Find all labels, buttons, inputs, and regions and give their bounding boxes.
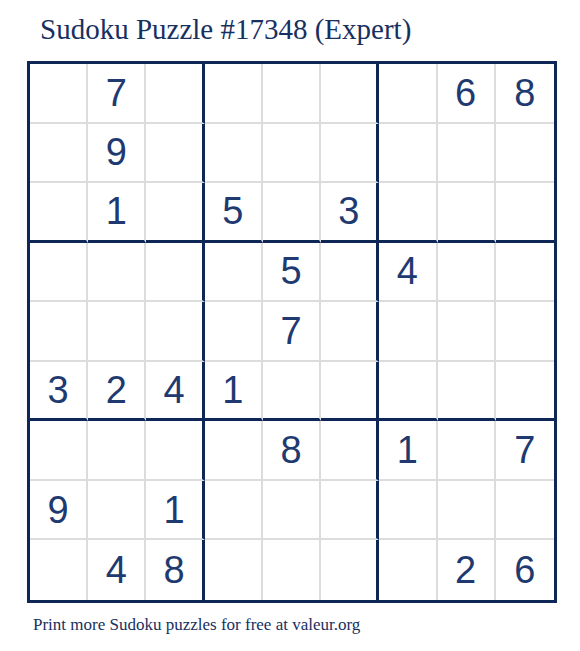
cell-r2c1[interactable] — [30, 124, 88, 184]
cell-r2c8[interactable] — [438, 124, 496, 184]
cell-r3c4: 5 — [205, 183, 263, 243]
cell-r3c1[interactable] — [30, 183, 88, 243]
cell-r8c9[interactable] — [496, 481, 554, 541]
cell-r1c6[interactable] — [321, 64, 379, 124]
cell-r6c4: 1 — [205, 362, 263, 422]
sudoku-board: 76891535473241817914826 — [27, 61, 557, 603]
cell-r4c9[interactable] — [496, 243, 554, 303]
cell-r3c6: 3 — [321, 183, 379, 243]
cell-r4c3[interactable] — [146, 243, 204, 303]
cell-r9c4[interactable] — [205, 540, 263, 600]
cell-r9c8: 2 — [438, 540, 496, 600]
cell-r8c4[interactable] — [205, 481, 263, 541]
cell-r3c9[interactable] — [496, 183, 554, 243]
cell-r5c6[interactable] — [321, 302, 379, 362]
cell-r5c5: 7 — [263, 302, 321, 362]
cell-r5c9[interactable] — [496, 302, 554, 362]
cell-r5c2[interactable] — [88, 302, 146, 362]
cell-r3c3[interactable] — [146, 183, 204, 243]
cell-r5c3[interactable] — [146, 302, 204, 362]
cell-r2c4[interactable] — [205, 124, 263, 184]
cell-r6c6[interactable] — [321, 362, 379, 422]
cell-r8c6[interactable] — [321, 481, 379, 541]
cell-r5c1[interactable] — [30, 302, 88, 362]
cell-r1c9: 8 — [496, 64, 554, 124]
cell-r8c2[interactable] — [88, 481, 146, 541]
footer-text: Print more Sudoku puzzles for free at va… — [33, 614, 360, 636]
cell-r8c1: 9 — [30, 481, 88, 541]
cell-r3c8[interactable] — [438, 183, 496, 243]
cell-r5c7[interactable] — [379, 302, 437, 362]
cell-r4c8[interactable] — [438, 243, 496, 303]
cell-r8c8[interactable] — [438, 481, 496, 541]
cell-r2c3[interactable] — [146, 124, 204, 184]
cell-r2c9[interactable] — [496, 124, 554, 184]
cell-r6c8[interactable] — [438, 362, 496, 422]
cell-r6c1: 3 — [30, 362, 88, 422]
cell-r5c4[interactable] — [205, 302, 263, 362]
cell-r1c7[interactable] — [379, 64, 437, 124]
cell-r1c1[interactable] — [30, 64, 88, 124]
cell-r6c7[interactable] — [379, 362, 437, 422]
cell-r1c8: 6 — [438, 64, 496, 124]
cell-r4c7: 4 — [379, 243, 437, 303]
cell-r4c2[interactable] — [88, 243, 146, 303]
page-title: Sudoku Puzzle #17348 (Expert) — [40, 14, 411, 46]
cell-r4c6[interactable] — [321, 243, 379, 303]
cell-r4c1[interactable] — [30, 243, 88, 303]
cell-r7c4[interactable] — [205, 421, 263, 481]
cell-r3c5[interactable] — [263, 183, 321, 243]
cell-r1c2: 7 — [88, 64, 146, 124]
cell-r9c5[interactable] — [263, 540, 321, 600]
cell-r9c9: 6 — [496, 540, 554, 600]
cell-r8c7[interactable] — [379, 481, 437, 541]
cell-r7c7: 1 — [379, 421, 437, 481]
cell-r9c7[interactable] — [379, 540, 437, 600]
cell-r7c8[interactable] — [438, 421, 496, 481]
cell-r7c1[interactable] — [30, 421, 88, 481]
cell-r6c2: 2 — [88, 362, 146, 422]
cell-r3c7[interactable] — [379, 183, 437, 243]
cell-r9c3: 8 — [146, 540, 204, 600]
cell-r1c5[interactable] — [263, 64, 321, 124]
cell-r8c3: 1 — [146, 481, 204, 541]
cell-r7c3[interactable] — [146, 421, 204, 481]
cell-r7c5: 8 — [263, 421, 321, 481]
cell-r4c4[interactable] — [205, 243, 263, 303]
cell-r6c3: 4 — [146, 362, 204, 422]
cell-r9c1[interactable] — [30, 540, 88, 600]
cell-r1c4[interactable] — [205, 64, 263, 124]
cell-r4c5: 5 — [263, 243, 321, 303]
cell-r7c6[interactable] — [321, 421, 379, 481]
cell-r3c2: 1 — [88, 183, 146, 243]
cell-r7c9: 7 — [496, 421, 554, 481]
cell-r8c5[interactable] — [263, 481, 321, 541]
cell-r1c3[interactable] — [146, 64, 204, 124]
cell-r6c5[interactable] — [263, 362, 321, 422]
cell-r2c7[interactable] — [379, 124, 437, 184]
cell-r6c9[interactable] — [496, 362, 554, 422]
cell-r2c6[interactable] — [321, 124, 379, 184]
cell-r9c2: 4 — [88, 540, 146, 600]
cell-r9c6[interactable] — [321, 540, 379, 600]
cell-r5c8[interactable] — [438, 302, 496, 362]
cell-r2c2: 9 — [88, 124, 146, 184]
cell-r2c5[interactable] — [263, 124, 321, 184]
cell-r7c2[interactable] — [88, 421, 146, 481]
